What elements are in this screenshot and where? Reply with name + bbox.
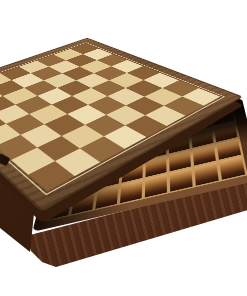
board-square [164,96,203,115]
board-square [182,88,220,106]
board-square [45,114,85,135]
piece-compartment [145,174,167,197]
board-square [28,161,75,191]
board-square [37,136,80,161]
board-square [106,105,146,125]
board-square [88,96,126,114]
board-square [6,114,45,135]
board-square [55,148,101,176]
board-square [0,113,6,134]
piece-compartment [194,162,218,185]
board-square [84,115,125,137]
board-square [126,96,164,115]
board-square [0,124,21,147]
board-square [62,125,104,148]
chess-box-product-photo [0,0,247,296]
board-square [144,88,181,105]
board-square [80,136,124,162]
board-square [125,115,167,137]
piece-compartment [219,156,245,179]
board-square [103,125,146,149]
board-square [21,124,62,147]
board-square [67,105,106,125]
board-square [30,105,68,125]
piece-compartment [120,180,142,203]
board-square [51,96,88,114]
piece-compartment [170,168,193,191]
board-square [0,104,30,123]
board-square [11,147,55,174]
board-square [145,105,186,125]
